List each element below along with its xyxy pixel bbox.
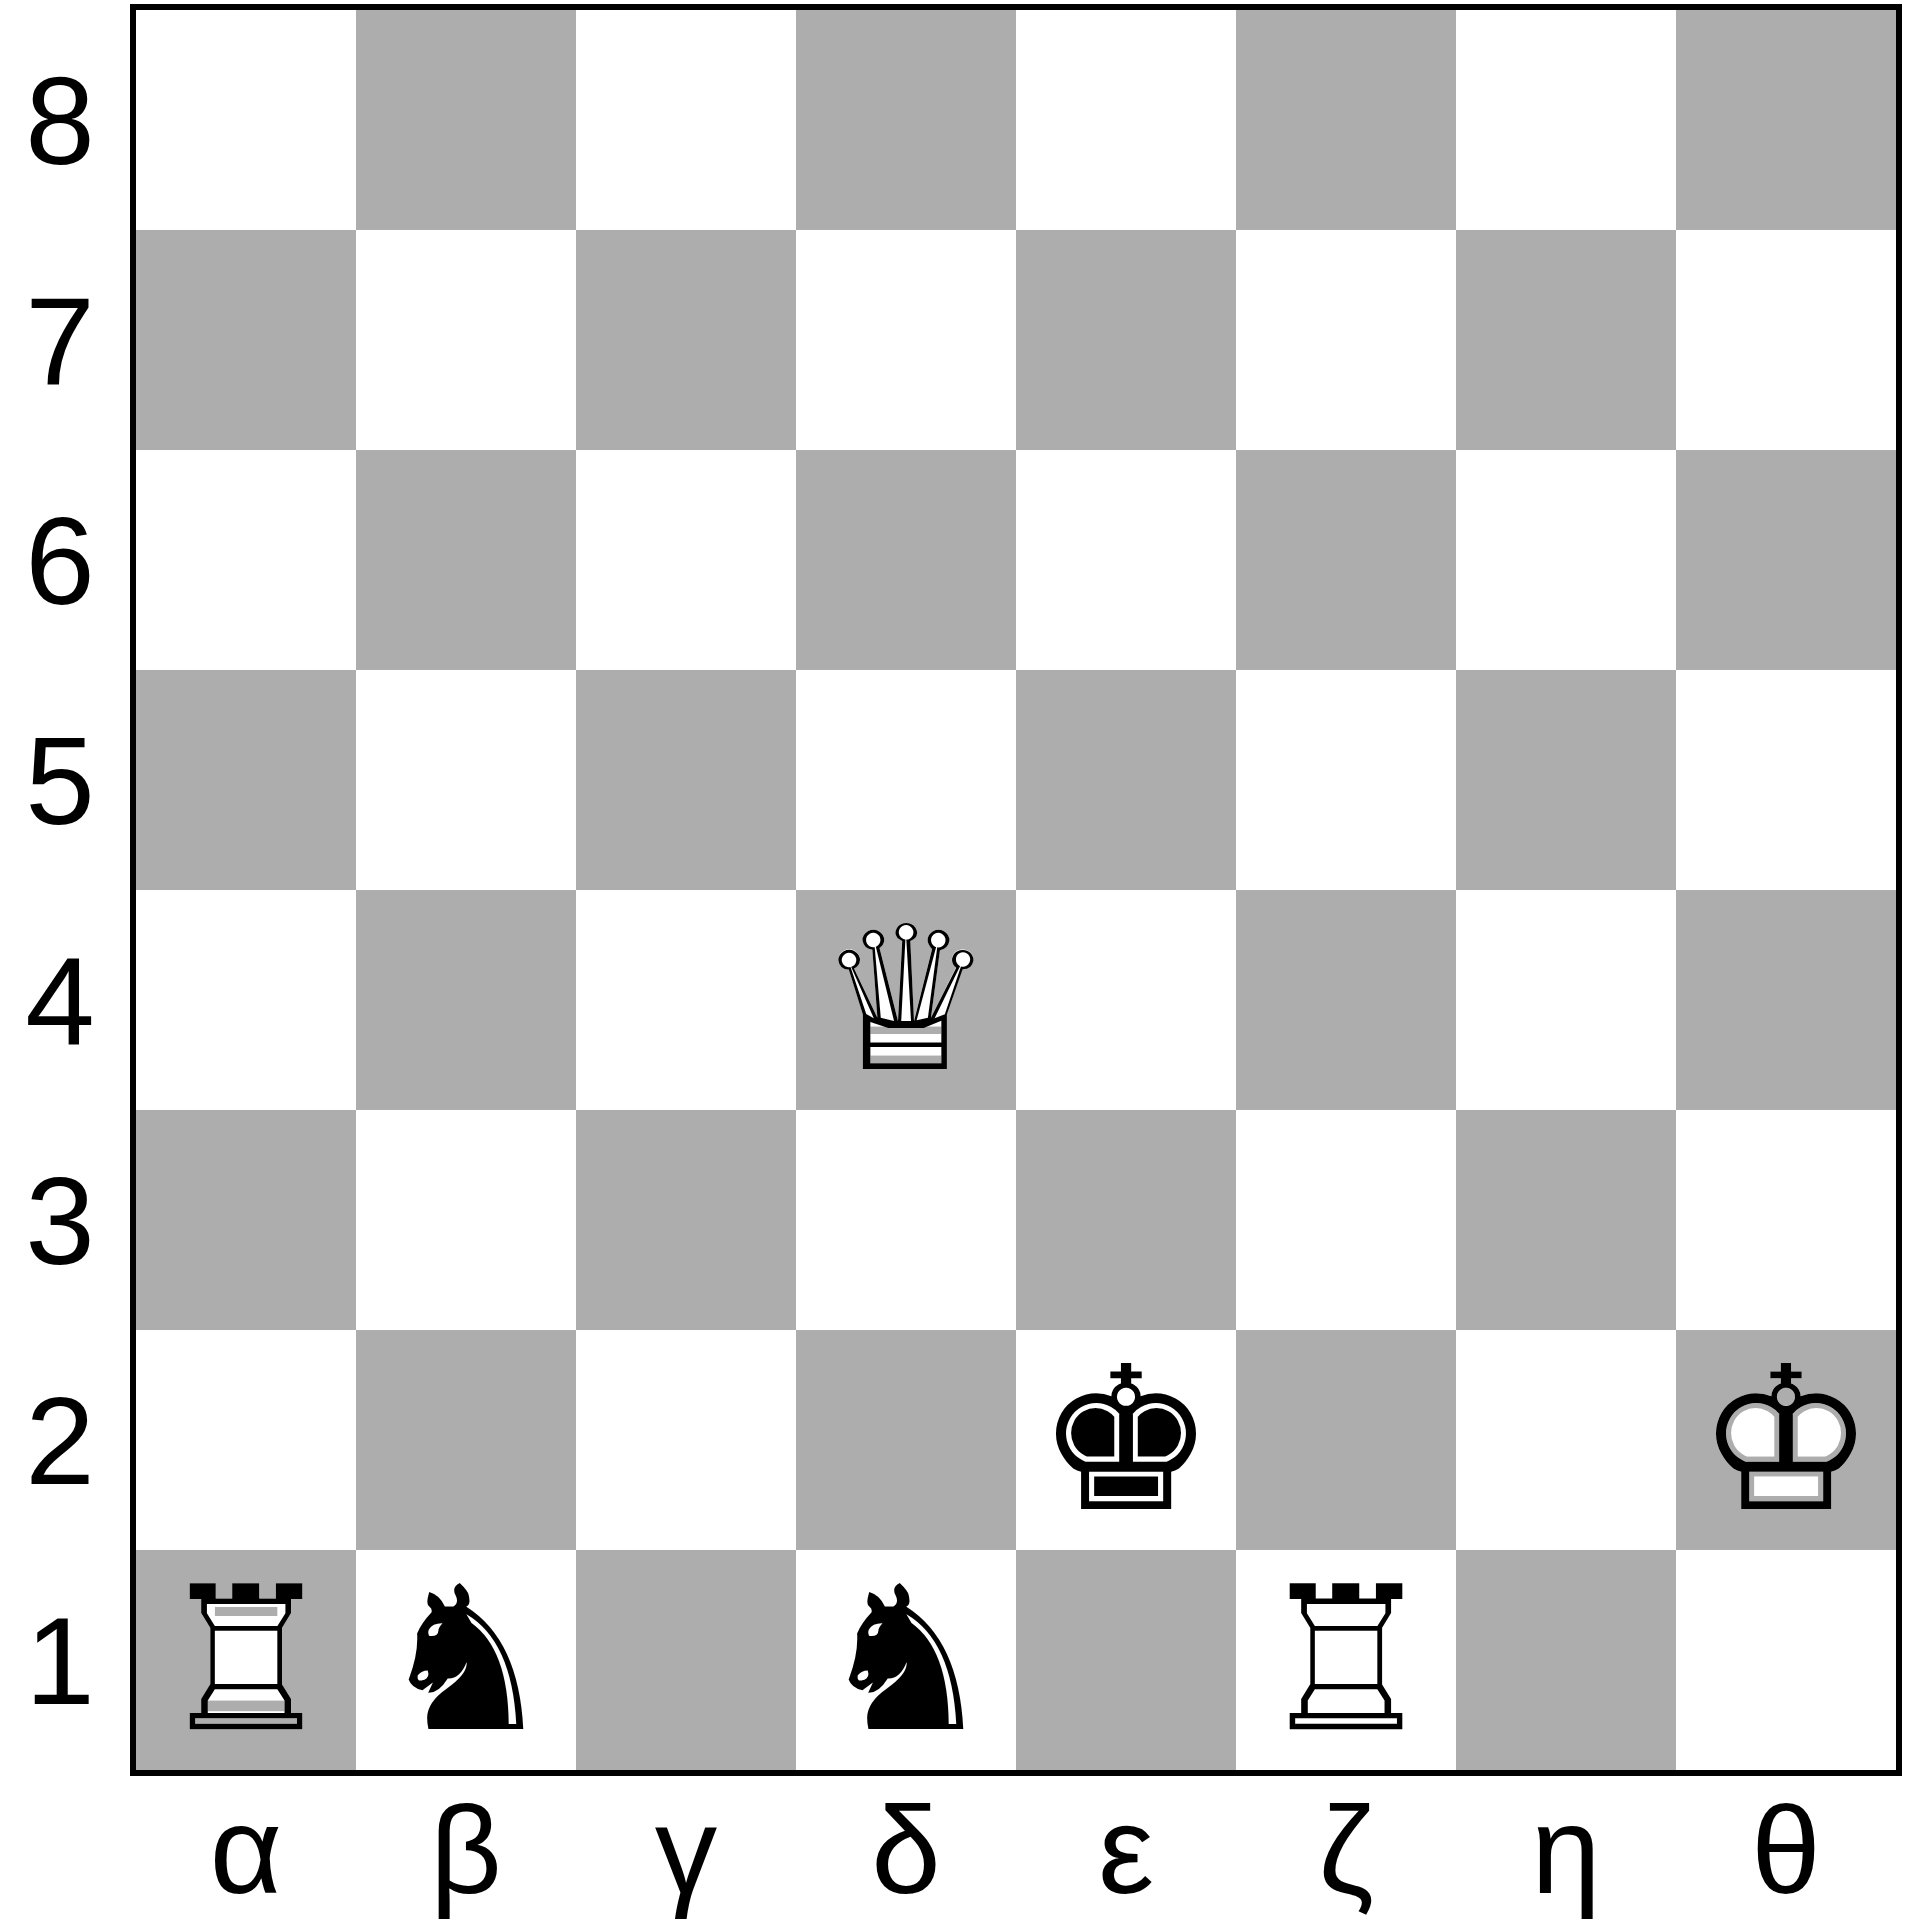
square-c1[interactable] <box>576 1550 796 1770</box>
square-b8[interactable] <box>356 10 576 230</box>
square-e8[interactable] <box>1016 10 1236 230</box>
rank-labels: 87654321 <box>0 10 120 1770</box>
rank-label-3: 3 <box>0 1110 120 1330</box>
square-b7[interactable] <box>356 230 576 450</box>
white-queen-piece: ♕ <box>796 890 1016 1110</box>
square-e1[interactable] <box>1016 1550 1236 1770</box>
square-a8[interactable] <box>136 10 356 230</box>
square-g4[interactable] <box>1456 890 1676 1110</box>
white-rook-fill: ♜ <box>1236 1550 1456 1770</box>
square-h1[interactable] <box>1676 1550 1896 1770</box>
square-g6[interactable] <box>1456 450 1676 670</box>
square-f6[interactable] <box>1236 450 1456 670</box>
square-h3[interactable] <box>1676 1110 1896 1330</box>
rank-label-7: 7 <box>0 230 120 450</box>
file-label-b: β <box>356 1782 576 1917</box>
square-a7[interactable] <box>136 230 356 450</box>
file-label-g: η <box>1456 1782 1676 1917</box>
square-h4[interactable] <box>1676 890 1896 1110</box>
file-label-a: α <box>136 1782 356 1917</box>
white-queen-fill: ♛ <box>796 890 1016 1110</box>
square-d1[interactable]: ♞ <box>796 1550 1016 1770</box>
square-d5[interactable] <box>796 670 1016 890</box>
white-rook-fill: ♜ <box>136 1550 356 1770</box>
square-g1[interactable] <box>1456 1550 1676 1770</box>
file-label-d: δ <box>796 1782 1016 1917</box>
square-a1[interactable]: ♜♖ <box>136 1550 356 1770</box>
square-a5[interactable] <box>136 670 356 890</box>
square-d8[interactable] <box>796 10 1016 230</box>
file-labels: αβγδεζηθ <box>136 1782 1896 1917</box>
square-c3[interactable] <box>576 1110 796 1330</box>
rank-label-2: 2 <box>0 1330 120 1550</box>
square-e7[interactable] <box>1016 230 1236 450</box>
rank-label-4: 4 <box>0 890 120 1110</box>
square-f4[interactable] <box>1236 890 1456 1110</box>
square-a2[interactable] <box>136 1330 356 1550</box>
square-d4[interactable]: ♛♕ <box>796 890 1016 1110</box>
white-king-fill: ♚ <box>1676 1330 1896 1550</box>
file-label-h: θ <box>1676 1782 1896 1917</box>
square-g2[interactable] <box>1456 1330 1676 1550</box>
square-b5[interactable] <box>356 670 576 890</box>
square-d6[interactable] <box>796 450 1016 670</box>
square-f2[interactable] <box>1236 1330 1456 1550</box>
white-king-piece: ♔ <box>1676 1330 1896 1550</box>
black-knight-piece: ♞ <box>356 1550 576 1770</box>
black-king-piece: ♚ <box>1016 1330 1236 1550</box>
square-b4[interactable] <box>356 890 576 1110</box>
rank-label-5: 5 <box>0 670 120 890</box>
square-g7[interactable] <box>1456 230 1676 450</box>
square-e3[interactable] <box>1016 1110 1236 1330</box>
chess-board: ♛♕♚♚♔♜♖♞♞♜♖ <box>130 4 1902 1776</box>
square-d3[interactable] <box>796 1110 1016 1330</box>
square-h5[interactable] <box>1676 670 1896 890</box>
square-g3[interactable] <box>1456 1110 1676 1330</box>
chess-diagram: 87654321 ♛♕♚♚♔♜♖♞♞♜♖ αβγδεζηθ <box>0 0 1920 1920</box>
square-b3[interactable] <box>356 1110 576 1330</box>
square-b6[interactable] <box>356 450 576 670</box>
file-label-c: γ <box>576 1782 796 1917</box>
file-label-e: ε <box>1016 1782 1236 1917</box>
square-f8[interactable] <box>1236 10 1456 230</box>
rank-label-8: 8 <box>0 10 120 230</box>
square-a3[interactable] <box>136 1110 356 1330</box>
white-rook-piece: ♖ <box>1236 1550 1456 1770</box>
square-c4[interactable] <box>576 890 796 1110</box>
square-f1[interactable]: ♜♖ <box>1236 1550 1456 1770</box>
square-g5[interactable] <box>1456 670 1676 890</box>
square-b2[interactable] <box>356 1330 576 1550</box>
square-c6[interactable] <box>576 450 796 670</box>
square-d2[interactable] <box>796 1330 1016 1550</box>
rank-label-6: 6 <box>0 450 120 670</box>
square-c5[interactable] <box>576 670 796 890</box>
square-f7[interactable] <box>1236 230 1456 450</box>
square-c8[interactable] <box>576 10 796 230</box>
square-d7[interactable] <box>796 230 1016 450</box>
square-b1[interactable]: ♞ <box>356 1550 576 1770</box>
square-e2[interactable]: ♚ <box>1016 1330 1236 1550</box>
square-e6[interactable] <box>1016 450 1236 670</box>
square-h2[interactable]: ♚♔ <box>1676 1330 1896 1550</box>
file-label-f: ζ <box>1236 1782 1456 1917</box>
white-rook-piece: ♖ <box>136 1550 356 1770</box>
square-e5[interactable] <box>1016 670 1236 890</box>
square-e4[interactable] <box>1016 890 1236 1110</box>
square-c2[interactable] <box>576 1330 796 1550</box>
square-a4[interactable] <box>136 890 356 1110</box>
square-h7[interactable] <box>1676 230 1896 450</box>
square-c7[interactable] <box>576 230 796 450</box>
square-h6[interactable] <box>1676 450 1896 670</box>
black-knight-piece: ♞ <box>796 1550 1016 1770</box>
square-g8[interactable] <box>1456 10 1676 230</box>
square-f3[interactable] <box>1236 1110 1456 1330</box>
rank-label-1: 1 <box>0 1550 120 1770</box>
square-h8[interactable] <box>1676 10 1896 230</box>
square-a6[interactable] <box>136 450 356 670</box>
square-f5[interactable] <box>1236 670 1456 890</box>
